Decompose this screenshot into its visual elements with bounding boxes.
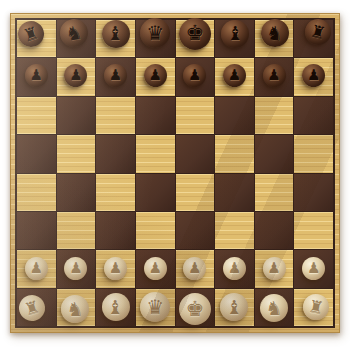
square-d3[interactable] (136, 212, 175, 249)
square-h1[interactable]: ♜ (294, 289, 333, 326)
white-pawn[interactable]: ♟ (223, 257, 246, 280)
black-pawn-glyph: ♟ (307, 68, 320, 83)
black-king-glyph: ♚ (185, 23, 204, 44)
black-king[interactable]: ♚ (179, 18, 211, 50)
white-rook-glyph: ♜ (307, 298, 325, 317)
square-d8[interactable]: ♛ (136, 20, 175, 57)
white-pawn-glyph: ♟ (267, 261, 280, 276)
black-pawn-glyph: ♟ (228, 68, 241, 83)
black-pawn[interactable]: ♟ (263, 64, 286, 87)
white-bishop[interactable]: ♝ (102, 293, 130, 321)
black-knight[interactable]: ♞ (58, 17, 90, 49)
square-f8[interactable]: ♝ (215, 20, 254, 57)
square-c5[interactable] (96, 135, 135, 172)
square-c6[interactable] (96, 97, 135, 134)
black-queen[interactable]: ♛ (140, 18, 170, 48)
board-grid: ♜♞♝♛♚♝♞♜♟♟♟♟♟♟♟♟♟♟♟♟♟♟♟♟♜♞♝♛♚♝♞♜ (15, 18, 335, 328)
square-f4[interactable] (215, 174, 254, 211)
black-bishop[interactable]: ♝ (102, 20, 130, 48)
square-e2[interactable]: ♟ (176, 250, 215, 287)
white-pawn-glyph: ♟ (148, 261, 161, 276)
square-f2[interactable]: ♟ (215, 250, 254, 287)
square-e1[interactable]: ♚ (176, 289, 215, 326)
black-pawn-glyph: ♟ (109, 68, 122, 83)
black-pawn[interactable]: ♟ (144, 64, 167, 87)
square-g8[interactable]: ♞ (255, 20, 294, 57)
square-e7[interactable]: ♟ (176, 58, 215, 95)
white-pawn[interactable]: ♟ (104, 257, 127, 280)
square-d6[interactable] (136, 97, 175, 134)
square-b6[interactable] (57, 97, 96, 134)
white-queen-glyph: ♛ (146, 297, 164, 317)
black-knight-glyph: ♞ (64, 22, 84, 43)
black-pawn-glyph: ♟ (30, 68, 43, 83)
square-e8[interactable]: ♚ (176, 20, 215, 57)
square-b1[interactable]: ♞ (57, 289, 96, 326)
chessboard-photo: ♜♞♝♛♚♝♞♜♟♟♟♟♟♟♟♟♟♟♟♟♟♟♟♟♜♞♝♛♚♝♞♜ (0, 0, 350, 350)
white-pawn-glyph: ♟ (69, 261, 82, 276)
square-h3[interactable] (294, 212, 333, 249)
white-king[interactable]: ♚ (179, 293, 211, 325)
white-pawn[interactable]: ♟ (183, 257, 206, 280)
black-pawn[interactable]: ♟ (223, 64, 246, 87)
white-rook[interactable]: ♜ (16, 292, 48, 324)
square-e4[interactable] (176, 174, 215, 211)
black-pawn-glyph: ♟ (188, 68, 201, 83)
square-e5[interactable] (176, 135, 215, 172)
white-knight[interactable]: ♞ (260, 294, 288, 322)
black-rook-glyph: ♜ (308, 22, 327, 42)
square-g2[interactable]: ♟ (255, 250, 294, 287)
square-g6[interactable] (255, 97, 294, 134)
white-pawn-glyph: ♟ (30, 261, 43, 276)
black-pawn[interactable]: ♟ (302, 64, 325, 87)
square-f6[interactable] (215, 97, 254, 134)
square-f3[interactable] (215, 212, 254, 249)
black-pawn[interactable]: ♟ (25, 64, 48, 87)
square-b2[interactable]: ♟ (57, 250, 96, 287)
black-bishop[interactable]: ♝ (221, 20, 249, 48)
square-f1[interactable]: ♝ (215, 289, 254, 326)
square-g3[interactable] (255, 212, 294, 249)
square-c2[interactable]: ♟ (96, 250, 135, 287)
square-g5[interactable] (255, 135, 294, 172)
black-queen-glyph: ♛ (146, 23, 164, 43)
square-a1[interactable]: ♜ (17, 289, 56, 326)
white-rook-glyph: ♜ (23, 298, 42, 319)
white-pawn-glyph: ♟ (109, 261, 122, 276)
square-e3[interactable] (176, 212, 215, 249)
square-b5[interactable] (57, 135, 96, 172)
square-d7[interactable]: ♟ (136, 58, 175, 95)
white-pawn-glyph: ♟ (307, 261, 320, 276)
square-h5[interactable] (294, 135, 333, 172)
square-h8[interactable]: ♜ (294, 20, 333, 57)
square-b7[interactable]: ♟ (57, 58, 96, 95)
black-pawn[interactable]: ♟ (64, 64, 87, 87)
square-d5[interactable] (136, 135, 175, 172)
white-pawn[interactable]: ♟ (64, 257, 87, 280)
white-knight-glyph: ♞ (66, 300, 83, 319)
square-d2[interactable]: ♟ (136, 250, 175, 287)
white-pawn[interactable]: ♟ (144, 257, 167, 280)
black-knight-glyph: ♞ (265, 22, 285, 43)
square-a4[interactable] (17, 174, 56, 211)
white-pawn[interactable]: ♟ (263, 257, 286, 280)
square-b3[interactable] (57, 212, 96, 249)
black-rook[interactable]: ♜ (15, 17, 48, 50)
square-a5[interactable] (17, 135, 56, 172)
black-pawn-glyph: ♟ (148, 68, 161, 83)
white-bishop-glyph: ♝ (107, 298, 124, 317)
square-e6[interactable] (176, 97, 215, 134)
black-pawn-glyph: ♟ (267, 68, 280, 83)
black-knight[interactable]: ♞ (259, 17, 291, 49)
square-g4[interactable] (255, 174, 294, 211)
white-rook[interactable]: ♜ (301, 292, 331, 322)
white-king-glyph: ♚ (185, 299, 204, 320)
white-knight-glyph: ♞ (266, 299, 283, 318)
white-bishop-glyph: ♝ (226, 298, 243, 317)
white-knight[interactable]: ♞ (61, 295, 89, 323)
square-d1[interactable]: ♛ (136, 289, 175, 326)
chess-board: ♜♞♝♛♚♝♞♜♟♟♟♟♟♟♟♟♟♟♟♟♟♟♟♟♜♞♝♛♚♝♞♜ (10, 13, 340, 333)
square-h6[interactable] (294, 97, 333, 134)
square-f7[interactable]: ♟ (215, 58, 254, 95)
square-h2[interactable]: ♟ (294, 250, 333, 287)
white-bishop[interactable]: ♝ (220, 293, 248, 321)
black-rook-glyph: ♜ (21, 23, 41, 44)
white-pawn[interactable]: ♟ (25, 257, 48, 280)
square-a3[interactable] (17, 212, 56, 249)
square-a8[interactable]: ♜ (17, 20, 56, 57)
square-a2[interactable]: ♟ (17, 250, 56, 287)
square-c4[interactable] (96, 174, 135, 211)
white-queen[interactable]: ♛ (140, 292, 170, 322)
black-pawn[interactable]: ♟ (104, 64, 127, 87)
black-pawn-glyph: ♟ (69, 68, 82, 83)
square-c7[interactable]: ♟ (96, 58, 135, 95)
square-g7[interactable]: ♟ (255, 58, 294, 95)
black-pawn[interactable]: ♟ (183, 64, 206, 87)
black-bishop-glyph: ♝ (107, 24, 124, 43)
square-c1[interactable]: ♝ (96, 289, 135, 326)
square-d4[interactable] (136, 174, 175, 211)
square-g1[interactable]: ♞ (255, 289, 294, 326)
square-a7[interactable]: ♟ (17, 58, 56, 95)
white-pawn-glyph: ♟ (228, 261, 241, 276)
square-f5[interactable] (215, 135, 254, 172)
square-h7[interactable]: ♟ (294, 58, 333, 95)
square-h4[interactable] (294, 174, 333, 211)
square-b8[interactable]: ♞ (57, 20, 96, 57)
black-rook[interactable]: ♜ (302, 16, 334, 48)
black-bishop-glyph: ♝ (227, 24, 244, 43)
square-c8[interactable]: ♝ (96, 20, 135, 57)
white-pawn[interactable]: ♟ (302, 257, 325, 280)
square-a6[interactable] (17, 97, 56, 134)
square-c3[interactable] (96, 212, 135, 249)
white-pawn-glyph: ♟ (188, 261, 201, 276)
square-b4[interactable] (57, 174, 96, 211)
